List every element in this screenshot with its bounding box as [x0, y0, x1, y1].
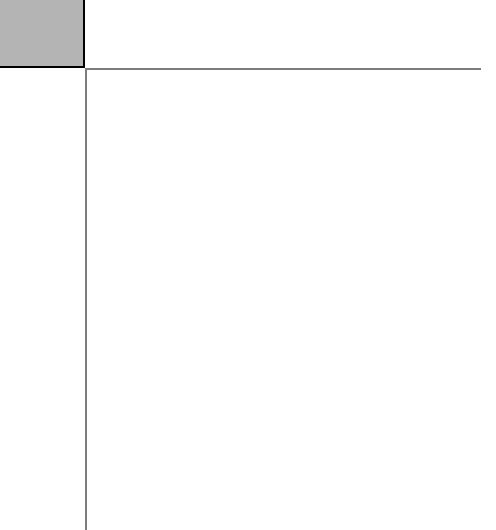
nonogram-puzzle: [0, 0, 496, 530]
side-watermark: [481, 330, 495, 490]
puzzle-grid: [85, 68, 481, 530]
column-clues-area: [85, 0, 481, 68]
corner-watermark-block: [0, 0, 85, 68]
row-clues-area: [0, 68, 85, 530]
